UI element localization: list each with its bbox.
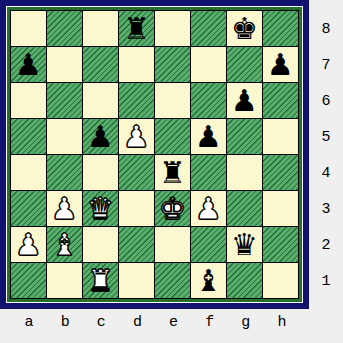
square-e2[interactable]: [155, 227, 190, 262]
rank-labels: 87654321: [314, 11, 338, 300]
piece-black-pawn-c5: ♟: [87, 119, 114, 154]
board-frame-outer: ♜♚♟♟♟♟♟♟♜♟♛♚♟♟♝♛♜♝: [0, 0, 309, 309]
file-label-f: f: [192, 314, 228, 331]
rank-label-4: 4: [314, 156, 338, 192]
board-frame-highlight: ♜♚♟♟♟♟♟♟♜♟♛♚♟♟♝♛♜♝: [6, 6, 303, 303]
file-label-c: c: [83, 314, 119, 331]
square-f7[interactable]: [191, 47, 226, 82]
square-f6[interactable]: [191, 83, 226, 118]
piece-white-pawn-f3: ♟: [195, 191, 222, 226]
rank-label-7: 7: [314, 47, 338, 83]
square-h1[interactable]: [263, 263, 298, 298]
square-c2[interactable]: [83, 227, 118, 262]
file-labels: abcdefgh: [11, 314, 300, 331]
square-d4[interactable]: [119, 155, 154, 190]
square-g3[interactable]: [227, 191, 262, 226]
square-f2[interactable]: [191, 227, 226, 262]
file-label-h: h: [264, 314, 300, 331]
piece-white-rook-c1: ♜: [87, 263, 114, 298]
piece-black-pawn-f5: ♟: [195, 119, 222, 154]
square-d8[interactable]: ♜: [119, 11, 154, 46]
file-label-e: e: [156, 314, 192, 331]
square-c3[interactable]: ♛: [83, 191, 118, 226]
rank-label-3: 3: [314, 192, 338, 228]
square-b4[interactable]: [47, 155, 82, 190]
piece-black-rook-e4: ♜: [159, 155, 186, 190]
square-d1[interactable]: [119, 263, 154, 298]
piece-white-pawn-d5: ♟: [123, 119, 150, 154]
square-a3[interactable]: [11, 191, 46, 226]
square-g4[interactable]: [227, 155, 262, 190]
square-h2[interactable]: [263, 227, 298, 262]
square-a4[interactable]: [11, 155, 46, 190]
square-b1[interactable]: [47, 263, 82, 298]
square-e4[interactable]: ♜: [155, 155, 190, 190]
square-f5[interactable]: ♟: [191, 119, 226, 154]
rank-label-6: 6: [314, 83, 338, 119]
square-e6[interactable]: [155, 83, 190, 118]
square-a1[interactable]: [11, 263, 46, 298]
square-e5[interactable]: [155, 119, 190, 154]
square-h3[interactable]: [263, 191, 298, 226]
rank-label-1: 1: [314, 264, 338, 300]
piece-white-queen-c3: ♛: [87, 191, 114, 226]
square-d7[interactable]: [119, 47, 154, 82]
square-b5[interactable]: [47, 119, 82, 154]
square-a2[interactable]: ♟: [11, 227, 46, 262]
square-d5[interactable]: ♟: [119, 119, 154, 154]
square-f1[interactable]: ♝: [191, 263, 226, 298]
square-h8[interactable]: [263, 11, 298, 46]
square-f4[interactable]: [191, 155, 226, 190]
rank-label-5: 5: [314, 119, 338, 155]
file-label-g: g: [228, 314, 264, 331]
square-h7[interactable]: ♟: [263, 47, 298, 82]
square-d3[interactable]: [119, 191, 154, 226]
square-c5[interactable]: ♟: [83, 119, 118, 154]
square-c8[interactable]: [83, 11, 118, 46]
square-d6[interactable]: [119, 83, 154, 118]
square-d2[interactable]: [119, 227, 154, 262]
chess-board: ♜♚♟♟♟♟♟♟♜♟♛♚♟♟♝♛♜♝: [10, 10, 299, 299]
piece-white-pawn-a2: ♟: [15, 227, 42, 262]
square-e3[interactable]: ♚: [155, 191, 190, 226]
square-g6[interactable]: ♟: [227, 83, 262, 118]
square-c4[interactable]: [83, 155, 118, 190]
square-e1[interactable]: [155, 263, 190, 298]
piece-white-pawn-b3: ♟: [51, 191, 78, 226]
file-label-d: d: [119, 314, 155, 331]
square-f8[interactable]: [191, 11, 226, 46]
square-c7[interactable]: [83, 47, 118, 82]
square-h5[interactable]: [263, 119, 298, 154]
rank-label-8: 8: [314, 11, 338, 47]
square-g7[interactable]: [227, 47, 262, 82]
piece-black-rook-d8: ♜: [123, 11, 150, 46]
square-a6[interactable]: [11, 83, 46, 118]
square-b7[interactable]: [47, 47, 82, 82]
piece-white-king-e3: ♚: [159, 191, 186, 226]
piece-black-king-g8: ♚: [231, 11, 258, 46]
square-a8[interactable]: [11, 11, 46, 46]
piece-black-pawn-h7: ♟: [267, 47, 294, 82]
piece-black-queen-g2: ♛: [231, 227, 258, 262]
rank-label-2: 2: [314, 228, 338, 264]
square-b6[interactable]: [47, 83, 82, 118]
square-g8[interactable]: ♚: [227, 11, 262, 46]
piece-black-bishop-f1: ♝: [195, 263, 222, 298]
square-e7[interactable]: [155, 47, 190, 82]
square-g5[interactable]: [227, 119, 262, 154]
piece-black-pawn-g6: ♟: [231, 83, 258, 118]
file-label-a: a: [11, 314, 47, 331]
piece-white-bishop-b2: ♝: [51, 227, 78, 262]
square-a7[interactable]: ♟: [11, 47, 46, 82]
square-b3[interactable]: ♟: [47, 191, 82, 226]
square-e8[interactable]: [155, 11, 190, 46]
chess-diagram: ♜♚♟♟♟♟♟♟♜♟♛♚♟♟♝♛♜♝ abcdefgh 87654321: [0, 0, 343, 343]
square-c1[interactable]: ♜: [83, 263, 118, 298]
square-b8[interactable]: [47, 11, 82, 46]
square-c6[interactable]: [83, 83, 118, 118]
square-g1[interactable]: [227, 263, 262, 298]
file-label-b: b: [47, 314, 83, 331]
square-a5[interactable]: [11, 119, 46, 154]
piece-black-pawn-a7: ♟: [15, 47, 42, 82]
board-frame-inner: ♜♚♟♟♟♟♟♟♜♟♛♚♟♟♝♛♜♝: [7, 7, 302, 302]
square-g2[interactable]: ♛: [227, 227, 262, 262]
square-b2[interactable]: ♝: [47, 227, 82, 262]
square-h4[interactable]: [263, 155, 298, 190]
square-h6[interactable]: [263, 83, 298, 118]
square-f3[interactable]: ♟: [191, 191, 226, 226]
